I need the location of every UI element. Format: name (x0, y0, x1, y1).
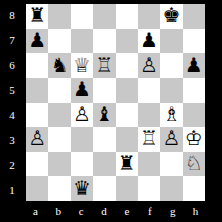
white-queen: ♕ (73, 55, 91, 75)
square-h4[interactable] (183, 103, 205, 128)
square-a4[interactable] (26, 103, 48, 128)
square-c5[interactable]: ♟ (71, 78, 93, 103)
white-pawn: ♙ (140, 55, 158, 75)
file-labels: abcdefgh (24, 201, 207, 220)
square-d7[interactable] (93, 29, 115, 54)
square-g3[interactable]: ♙ (160, 127, 182, 152)
square-e4[interactable] (116, 103, 138, 128)
white-king: ♔ (185, 128, 203, 148)
square-c3[interactable] (71, 127, 93, 152)
rank-label-8: 8 (0, 2, 24, 27)
square-d2[interactable] (93, 152, 115, 177)
square-h6[interactable]: ♟ (183, 53, 205, 78)
black-pawn: ♟ (73, 79, 91, 99)
black-rook: ♜ (28, 5, 46, 25)
square-e3[interactable] (116, 127, 138, 152)
file-label-f: f (138, 201, 161, 220)
square-d3[interactable] (93, 127, 115, 152)
square-f5[interactable] (138, 78, 160, 103)
square-e2[interactable]: ♜ (116, 152, 138, 177)
square-d5[interactable] (93, 78, 115, 103)
square-h1[interactable] (183, 176, 205, 201)
square-b4[interactable] (48, 103, 70, 128)
square-e7[interactable] (116, 29, 138, 54)
square-f6[interactable]: ♙ (138, 53, 160, 78)
square-f2[interactable] (138, 152, 160, 177)
square-c8[interactable] (71, 4, 93, 29)
square-h3[interactable]: ♔ (183, 127, 205, 152)
rank-label-1: 1 (0, 178, 24, 203)
square-f4[interactable] (138, 103, 160, 128)
file-label-e: e (116, 201, 139, 220)
square-b7[interactable] (48, 29, 70, 54)
square-g2[interactable] (160, 152, 182, 177)
square-b6[interactable]: ♞ (48, 53, 70, 78)
chess-board: ♜♚♟♟♞♕♖♙♟♟♙♝♗♙♖♙♔♜♘♛ (24, 2, 207, 203)
square-c2[interactable] (71, 152, 93, 177)
square-d4[interactable]: ♝ (93, 103, 115, 128)
white-rook: ♖ (95, 55, 113, 75)
square-b8[interactable] (48, 4, 70, 29)
square-g7[interactable] (160, 29, 182, 54)
square-d8[interactable] (93, 4, 115, 29)
black-queen: ♛ (73, 178, 91, 198)
white-knight: ♘ (185, 153, 203, 173)
white-rook: ♖ (140, 128, 158, 148)
square-a8[interactable]: ♜ (26, 4, 48, 29)
square-h7[interactable] (183, 29, 205, 54)
square-g6[interactable] (160, 53, 182, 78)
square-h5[interactable] (183, 78, 205, 103)
black-bishop: ♝ (95, 104, 113, 124)
square-e8[interactable] (116, 4, 138, 29)
black-king: ♚ (162, 5, 180, 25)
black-knight: ♞ (51, 55, 69, 75)
chess-diagram: 87654321 ♜♚♟♟♞♕♖♙♟♟♙♝♗♙♖♙♔♜♘♛ abcdefgh (0, 0, 222, 222)
square-e1[interactable] (116, 176, 138, 201)
file-label-d: d (93, 201, 116, 220)
file-label-g: g (161, 201, 184, 220)
rank-labels: 87654321 (0, 2, 24, 203)
file-label-c: c (70, 201, 93, 220)
white-pawn: ♙ (73, 104, 91, 124)
rank-label-4: 4 (0, 103, 24, 128)
square-c4[interactable]: ♙ (71, 103, 93, 128)
square-d1[interactable] (93, 176, 115, 201)
rank-label-2: 2 (0, 153, 24, 178)
square-b5[interactable] (48, 78, 70, 103)
rank-label-5: 5 (0, 77, 24, 102)
white-pawn: ♙ (28, 128, 46, 148)
rank-label-3: 3 (0, 128, 24, 153)
white-bishop: ♗ (162, 104, 180, 124)
square-c6[interactable]: ♕ (71, 53, 93, 78)
square-a6[interactable] (26, 53, 48, 78)
square-g5[interactable] (160, 78, 182, 103)
square-f3[interactable]: ♖ (138, 127, 160, 152)
square-b1[interactable] (48, 176, 70, 201)
square-e5[interactable] (116, 78, 138, 103)
square-a3[interactable]: ♙ (26, 127, 48, 152)
black-rook: ♜ (118, 153, 136, 173)
square-h2[interactable]: ♘ (183, 152, 205, 177)
square-f8[interactable] (138, 4, 160, 29)
file-label-h: h (184, 201, 207, 220)
square-c1[interactable]: ♛ (71, 176, 93, 201)
square-h8[interactable] (183, 4, 205, 29)
file-label-a: a (24, 201, 47, 220)
square-b2[interactable] (48, 152, 70, 177)
black-pawn: ♟ (185, 55, 203, 75)
square-f7[interactable]: ♟ (138, 29, 160, 54)
rank-label-6: 6 (0, 52, 24, 77)
square-a2[interactable] (26, 152, 48, 177)
white-pawn: ♙ (162, 128, 180, 148)
square-b3[interactable] (48, 127, 70, 152)
square-a5[interactable] (26, 78, 48, 103)
square-f1[interactable] (138, 176, 160, 201)
rank-label-7: 7 (0, 27, 24, 52)
black-pawn: ♟ (28, 30, 46, 50)
square-e6[interactable] (116, 53, 138, 78)
square-d6[interactable]: ♖ (93, 53, 115, 78)
file-label-b: b (47, 201, 70, 220)
black-pawn: ♟ (140, 30, 158, 50)
square-c7[interactable] (71, 29, 93, 54)
square-g8[interactable]: ♚ (160, 4, 182, 29)
square-a1[interactable] (26, 176, 48, 201)
square-g4[interactable]: ♗ (160, 103, 182, 128)
square-a7[interactable]: ♟ (26, 29, 48, 54)
square-g1[interactable] (160, 176, 182, 201)
